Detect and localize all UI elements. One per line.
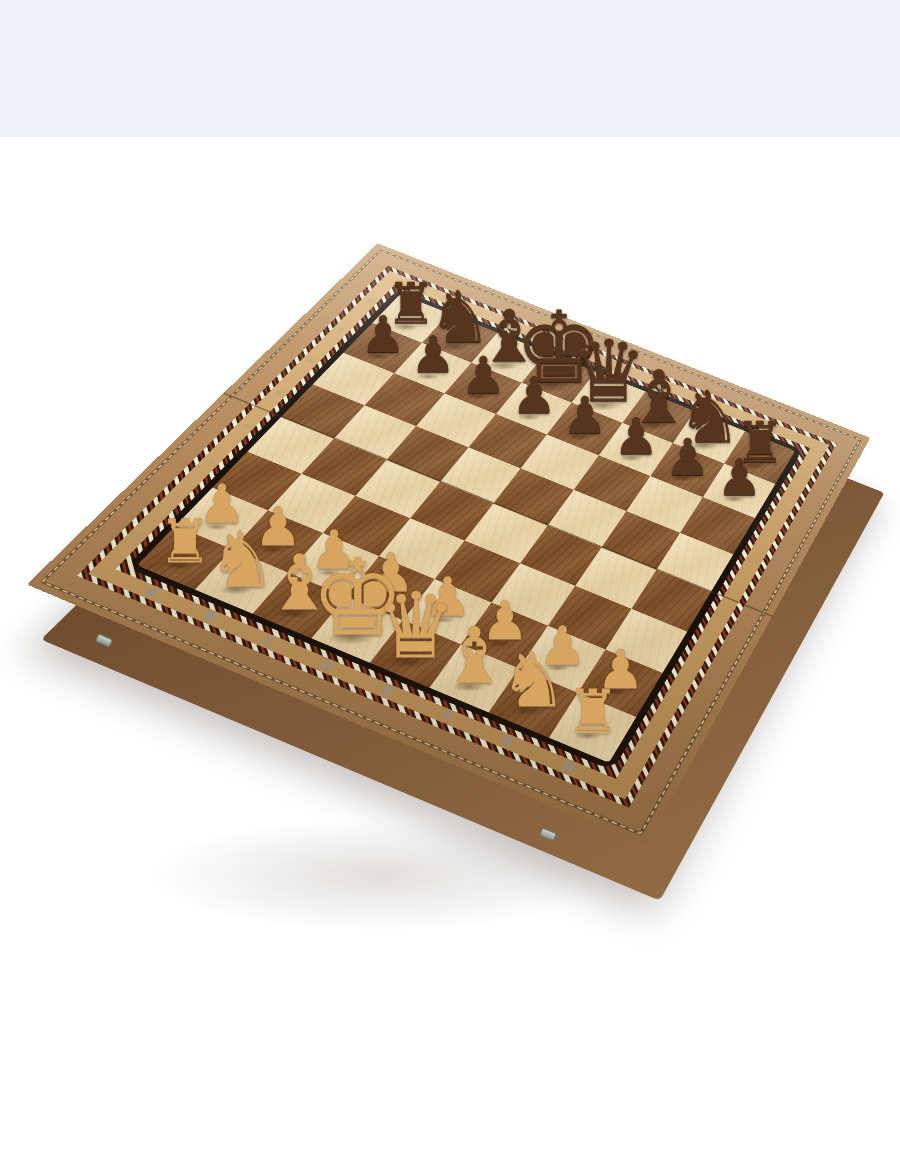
pieces-layer: ♜♞♝♚♛♝♞♜♟♟♟♟♟♟♟♟♟♟♟♟♟♟♟♟♜♞♝♚♛♝♞♜ [0, 30, 900, 1130]
product-photo-stage: ABCDEFGH12345678 ♜♞♝♚♛♝♞♜♟♟♟♟♟♟♟♟♟♟♟♟♟♟♟… [0, 0, 900, 1174]
piece-white-rook[interactable]: ♜ [566, 681, 620, 741]
piece-black-pawn[interactable]: ♟ [461, 350, 507, 401]
chess-scene: ABCDEFGH12345678 ♜♞♝♚♛♝♞♜♟♟♟♟♟♟♟♟♟♟♟♟♟♟♟… [0, 30, 900, 1130]
piece-black-pawn[interactable]: ♟ [613, 411, 659, 462]
piece-black-pawn[interactable]: ♟ [360, 310, 406, 361]
piece-white-rook[interactable]: ♜ [158, 512, 211, 572]
piece-black-pawn[interactable]: ♟ [562, 391, 608, 442]
piece-black-pawn[interactable]: ♟ [665, 432, 711, 483]
piece-black-pawn[interactable]: ♟ [410, 330, 456, 381]
piece-black-pawn[interactable]: ♟ [511, 370, 557, 421]
piece-black-pawn[interactable]: ♟ [716, 452, 762, 503]
piece-white-knight[interactable]: ♞ [499, 642, 568, 719]
